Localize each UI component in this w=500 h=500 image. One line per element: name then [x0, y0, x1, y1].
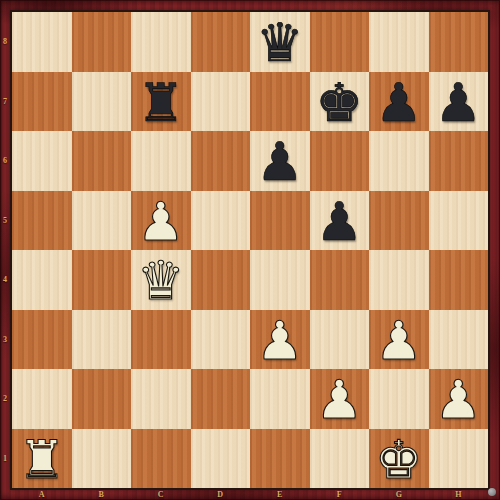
square-f6[interactable] — [310, 131, 370, 191]
square-f5[interactable]: ♟ — [310, 191, 370, 251]
square-d8[interactable] — [191, 12, 251, 72]
square-a6[interactable] — [12, 131, 72, 191]
square-d7[interactable] — [191, 72, 251, 132]
rank-label-8: 8 — [0, 12, 10, 72]
square-g5[interactable] — [369, 191, 429, 251]
square-c7[interactable]: ♜ — [131, 72, 191, 132]
square-h4[interactable] — [429, 250, 489, 310]
square-b4[interactable] — [72, 250, 132, 310]
square-b6[interactable] — [72, 131, 132, 191]
square-g3[interactable]: ♟ — [369, 310, 429, 370]
piece-white-pawn[interactable]: ♟ — [137, 195, 185, 248]
piece-white-pawn[interactable]: ♟ — [434, 373, 482, 426]
square-f3[interactable] — [310, 310, 370, 370]
file-label-h: H — [429, 489, 489, 500]
square-g2[interactable] — [369, 369, 429, 429]
square-f2[interactable]: ♟ — [310, 369, 370, 429]
piece-white-pawn[interactable]: ♟ — [375, 314, 423, 367]
square-e7[interactable] — [250, 72, 310, 132]
square-h2[interactable]: ♟ — [429, 369, 489, 429]
square-e1[interactable] — [250, 429, 310, 489]
square-e3[interactable]: ♟ — [250, 310, 310, 370]
square-b7[interactable] — [72, 72, 132, 132]
square-b3[interactable] — [72, 310, 132, 370]
square-h3[interactable] — [429, 310, 489, 370]
rank-label-5: 5 — [0, 191, 10, 251]
square-f8[interactable] — [310, 12, 370, 72]
square-g8[interactable] — [369, 12, 429, 72]
rank-label-2: 2 — [0, 369, 10, 429]
square-f1[interactable] — [310, 429, 370, 489]
square-a2[interactable] — [12, 369, 72, 429]
square-g7[interactable]: ♟ — [369, 72, 429, 132]
piece-black-pawn[interactable]: ♟ — [315, 195, 363, 248]
rank-label-3: 3 — [0, 310, 10, 370]
piece-white-pawn[interactable]: ♟ — [315, 373, 363, 426]
square-a3[interactable] — [12, 310, 72, 370]
square-e2[interactable] — [250, 369, 310, 429]
piece-black-queen[interactable]: ♛ — [256, 16, 304, 69]
rank-label-1: 1 — [0, 429, 10, 489]
square-h6[interactable] — [429, 131, 489, 191]
rank-label-4: 4 — [0, 250, 10, 310]
square-a5[interactable] — [12, 191, 72, 251]
piece-white-pawn[interactable]: ♟ — [256, 314, 304, 367]
square-d1[interactable] — [191, 429, 251, 489]
square-c5[interactable]: ♟ — [131, 191, 191, 251]
file-label-f: F — [310, 489, 370, 500]
piece-white-rook[interactable]: ♜ — [18, 433, 66, 486]
square-c8[interactable] — [131, 12, 191, 72]
square-c1[interactable] — [131, 429, 191, 489]
square-e4[interactable] — [250, 250, 310, 310]
piece-black-pawn[interactable]: ♟ — [256, 135, 304, 188]
square-g6[interactable] — [369, 131, 429, 191]
square-a4[interactable] — [12, 250, 72, 310]
file-label-g: G — [369, 489, 429, 500]
square-b5[interactable] — [72, 191, 132, 251]
file-label-e: E — [250, 489, 310, 500]
file-label-b: B — [72, 489, 132, 500]
piece-black-pawn[interactable]: ♟ — [434, 76, 482, 129]
chessboard: ♛♜♚♟♟♟♟♟♛♟♟♟♟♜♚ — [10, 10, 490, 490]
piece-black-pawn[interactable]: ♟ — [375, 76, 423, 129]
square-c3[interactable] — [131, 310, 191, 370]
square-b2[interactable] — [72, 369, 132, 429]
piece-black-rook[interactable]: ♜ — [137, 76, 185, 129]
corner-logo-dot — [488, 488, 496, 496]
square-e6[interactable]: ♟ — [250, 131, 310, 191]
square-h5[interactable] — [429, 191, 489, 251]
piece-white-king[interactable]: ♚ — [375, 433, 423, 486]
square-h1[interactable] — [429, 429, 489, 489]
rank-label-6: 6 — [0, 131, 10, 191]
square-d4[interactable] — [191, 250, 251, 310]
square-d2[interactable] — [191, 369, 251, 429]
rank-label-7: 7 — [0, 72, 10, 132]
square-h7[interactable]: ♟ — [429, 72, 489, 132]
square-b1[interactable] — [72, 429, 132, 489]
file-label-c: C — [131, 489, 191, 500]
square-f7[interactable]: ♚ — [310, 72, 370, 132]
square-d3[interactable] — [191, 310, 251, 370]
square-d5[interactable] — [191, 191, 251, 251]
square-a7[interactable] — [12, 72, 72, 132]
square-a8[interactable] — [12, 12, 72, 72]
square-c4[interactable]: ♛ — [131, 250, 191, 310]
piece-white-queen[interactable]: ♛ — [137, 254, 185, 307]
square-h8[interactable] — [429, 12, 489, 72]
square-e8[interactable]: ♛ — [250, 12, 310, 72]
square-d6[interactable] — [191, 131, 251, 191]
square-a1[interactable]: ♜ — [12, 429, 72, 489]
square-g4[interactable] — [369, 250, 429, 310]
chessboard-frame: ♛♜♚♟♟♟♟♟♛♟♟♟♟♜♚ 87654321 ABCDEFGH — [0, 0, 500, 500]
file-label-a: A — [12, 489, 72, 500]
file-label-d: D — [191, 489, 251, 500]
square-f4[interactable] — [310, 250, 370, 310]
square-c2[interactable] — [131, 369, 191, 429]
square-g1[interactable]: ♚ — [369, 429, 429, 489]
square-b8[interactable] — [72, 12, 132, 72]
piece-black-king[interactable]: ♚ — [315, 76, 363, 129]
square-e5[interactable] — [250, 191, 310, 251]
square-c6[interactable] — [131, 131, 191, 191]
